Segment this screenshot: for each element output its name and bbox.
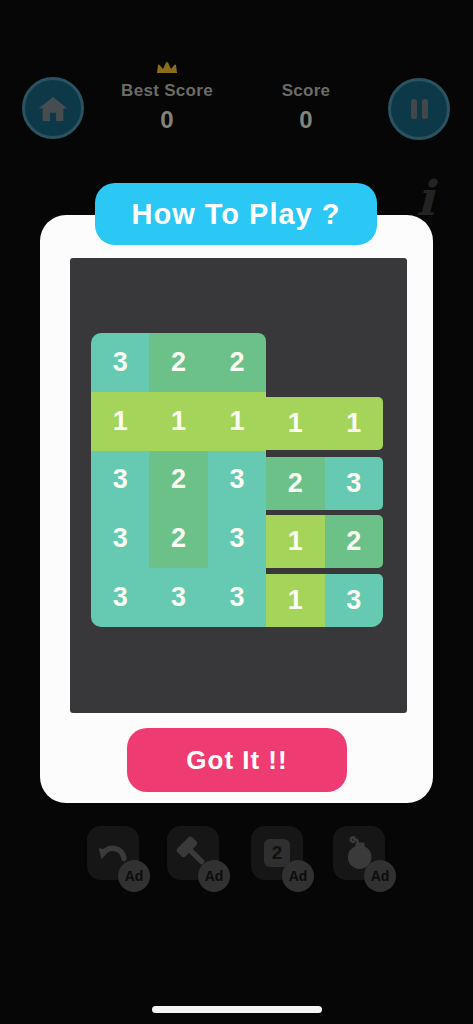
tile: 2: [149, 509, 207, 568]
number-block-button[interactable]: 2 Ad: [251, 826, 303, 880]
tile: 2: [266, 457, 324, 510]
tile: 3: [208, 568, 266, 627]
dialog-title: How To Play ?: [95, 183, 377, 245]
tile: 3: [208, 451, 266, 510]
number-block-icon: 2: [264, 839, 290, 867]
pause-icon: [410, 98, 429, 120]
tile: 2: [325, 515, 383, 568]
how-to-play-dialog: 3 2 2 1 1 1 1 1 3 2 3 2 3 3 2 3 1 2: [40, 215, 433, 803]
tile: 3: [91, 451, 149, 510]
undo-button[interactable]: Ad: [87, 826, 139, 880]
score-box: Score 0: [246, 55, 366, 134]
bomb-button[interactable]: Ad: [333, 826, 385, 880]
ad-badge: Ad: [118, 860, 150, 892]
tile: 1: [266, 574, 324, 627]
tile: 2: [149, 451, 207, 510]
tile: 2: [208, 333, 266, 392]
hammer-button[interactable]: Ad: [167, 826, 219, 880]
best-score-label: Best Score: [97, 81, 237, 101]
tile: 3: [208, 509, 266, 568]
tile: 3: [91, 509, 149, 568]
crown-icon: [155, 61, 179, 75]
best-score-value: 0: [97, 106, 237, 134]
tile: 3: [325, 574, 383, 627]
home-button[interactable]: [22, 77, 84, 139]
puzzle-grid: 3 2 2 1 1 1 1 1 3 2 3 2 3 3 2 3 1 2: [91, 333, 383, 627]
got-it-button[interactable]: Got It !!: [127, 728, 347, 792]
game-screen: Best Score 0 Score 0 i 3 2 2 1 1 1 1 1: [0, 0, 473, 1024]
tile: 1: [91, 392, 149, 451]
tile: 3: [91, 568, 149, 627]
ad-badge: Ad: [198, 860, 230, 892]
home-icon: [37, 95, 69, 122]
tile: 1: [208, 392, 266, 451]
tile: 1: [325, 397, 383, 450]
score-label: Score: [246, 81, 366, 101]
tile: 3: [149, 568, 207, 627]
tile: 3: [325, 457, 383, 510]
tile: 3: [91, 333, 149, 392]
tile: 1: [266, 515, 324, 568]
score-value: 0: [246, 106, 366, 134]
ad-badge: Ad: [364, 860, 396, 892]
tutorial-board: 3 2 2 1 1 1 1 1 3 2 3 2 3 3 2 3 1 2: [70, 258, 407, 713]
best-score-box: Best Score 0: [97, 55, 237, 134]
tile: 1: [149, 392, 207, 451]
home-indicator: [152, 1006, 322, 1013]
tile: 1: [266, 397, 324, 450]
pause-button[interactable]: [388, 78, 450, 140]
tile: 2: [149, 333, 207, 392]
ad-badge: Ad: [282, 860, 314, 892]
